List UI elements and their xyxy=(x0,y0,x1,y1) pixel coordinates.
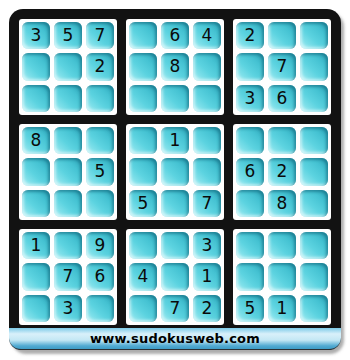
cell-r8c2[interactable]: 7 xyxy=(54,263,82,290)
site-url: www.sudokusweb.com xyxy=(90,331,260,346)
cell-r6c2[interactable] xyxy=(54,190,82,217)
cell-value: 8 xyxy=(170,58,181,75)
cell-r1c7[interactable]: 2 xyxy=(236,22,264,49)
box-1-1: 3572 xyxy=(19,19,117,115)
cell-r9c5[interactable]: 7 xyxy=(161,295,189,322)
box-2-2: 157 xyxy=(126,124,224,220)
cell-value: 1 xyxy=(202,268,213,285)
cell-r6c5[interactable] xyxy=(161,190,189,217)
cell-r5c5[interactable] xyxy=(161,158,189,185)
cell-value: 6 xyxy=(245,163,256,180)
cell-value: 3 xyxy=(245,90,256,107)
cell-value: 1 xyxy=(31,237,42,254)
cell-r6c4[interactable]: 5 xyxy=(129,190,157,217)
cell-r1c1[interactable]: 3 xyxy=(22,22,50,49)
cell-r3c4[interactable] xyxy=(129,85,157,112)
cell-value: 1 xyxy=(277,300,288,317)
cell-r7c5[interactable] xyxy=(161,232,189,259)
cell-r2c5[interactable]: 8 xyxy=(161,53,189,80)
cell-r2c9[interactable] xyxy=(300,53,328,80)
cell-r3c7[interactable]: 3 xyxy=(236,85,264,112)
cell-value: 3 xyxy=(63,300,74,317)
cell-value: 4 xyxy=(202,27,213,44)
cell-value: 5 xyxy=(95,163,106,180)
cell-r2c6[interactable] xyxy=(193,53,221,80)
cell-value: 3 xyxy=(202,237,213,254)
cell-r2c4[interactable] xyxy=(129,53,157,80)
cell-value: 5 xyxy=(63,27,74,44)
cell-r4c9[interactable] xyxy=(300,127,328,154)
cell-r6c7[interactable] xyxy=(236,190,264,217)
sudoku-page: 3572648273685157628197633417251 www.sudo… xyxy=(0,0,350,360)
cell-r7c7[interactable] xyxy=(236,232,264,259)
cell-r5c2[interactable] xyxy=(54,158,82,185)
cell-r1c8[interactable] xyxy=(268,22,296,49)
cell-r5c9[interactable] xyxy=(300,158,328,185)
box-3-2: 34172 xyxy=(126,229,224,325)
box-2-3: 628 xyxy=(233,124,331,220)
cell-r1c3[interactable]: 7 xyxy=(86,22,114,49)
cell-r8c9[interactable] xyxy=(300,263,328,290)
cell-value: 2 xyxy=(95,58,106,75)
box-1-3: 2736 xyxy=(233,19,331,115)
cell-r8c8[interactable] xyxy=(268,263,296,290)
box-3-1: 19763 xyxy=(19,229,117,325)
cell-r2c8[interactable]: 7 xyxy=(268,53,296,80)
cell-r1c9[interactable] xyxy=(300,22,328,49)
cell-r9c6[interactable]: 2 xyxy=(193,295,221,322)
cell-r3c3[interactable] xyxy=(86,85,114,112)
cell-r9c2[interactable]: 3 xyxy=(54,295,82,322)
cell-r8c5[interactable] xyxy=(161,263,189,290)
box-3-3: 51 xyxy=(233,229,331,325)
cell-r7c9[interactable] xyxy=(300,232,328,259)
cell-r9c3[interactable] xyxy=(86,295,114,322)
cell-r8c1[interactable] xyxy=(22,263,50,290)
cell-r7c4[interactable] xyxy=(129,232,157,259)
cell-r5c3[interactable]: 5 xyxy=(86,158,114,185)
cell-r2c1[interactable] xyxy=(22,53,50,80)
box-2-1: 85 xyxy=(19,124,117,220)
cell-r3c2[interactable] xyxy=(54,85,82,112)
cell-r6c9[interactable] xyxy=(300,190,328,217)
cell-value: 5 xyxy=(245,300,256,317)
cell-r3c9[interactable] xyxy=(300,85,328,112)
cell-r8c3[interactable]: 6 xyxy=(86,263,114,290)
cell-r3c5[interactable] xyxy=(161,85,189,112)
cell-value: 7 xyxy=(170,300,181,317)
sudoku-board: 3572648273685157628197633417251 www.sudo… xyxy=(9,9,341,350)
cell-r5c4[interactable] xyxy=(129,158,157,185)
cell-value: 4 xyxy=(138,268,149,285)
cell-r5c8[interactable]: 2 xyxy=(268,158,296,185)
cell-r5c1[interactable] xyxy=(22,158,50,185)
cell-r7c8[interactable] xyxy=(268,232,296,259)
cell-r6c1[interactable] xyxy=(22,190,50,217)
cell-r8c7[interactable] xyxy=(236,263,264,290)
cell-r9c4[interactable] xyxy=(129,295,157,322)
cell-value: 1 xyxy=(170,132,181,149)
cell-value: 6 xyxy=(277,90,288,107)
cell-r1c4[interactable] xyxy=(129,22,157,49)
cell-r6c6[interactable]: 7 xyxy=(193,190,221,217)
cell-value: 7 xyxy=(95,27,106,44)
cell-r4c1[interactable]: 8 xyxy=(22,127,50,154)
cell-value: 7 xyxy=(63,268,74,285)
cell-r1c2[interactable]: 5 xyxy=(54,22,82,49)
cell-value: 2 xyxy=(277,163,288,180)
cell-r5c7[interactable]: 6 xyxy=(236,158,264,185)
cell-r4c6[interactable] xyxy=(193,127,221,154)
cell-r2c7[interactable] xyxy=(236,53,264,80)
cell-r3c1[interactable] xyxy=(22,85,50,112)
cell-value: 8 xyxy=(277,195,288,212)
cell-r7c3[interactable]: 9 xyxy=(86,232,114,259)
cell-value: 8 xyxy=(31,132,42,149)
cell-r7c2[interactable] xyxy=(54,232,82,259)
cell-value: 6 xyxy=(95,268,106,285)
cell-r4c5[interactable]: 1 xyxy=(161,127,189,154)
cell-r4c2[interactable] xyxy=(54,127,82,154)
cell-value: 2 xyxy=(202,300,213,317)
cell-r1c6[interactable]: 4 xyxy=(193,22,221,49)
site-banner: www.sudokusweb.com xyxy=(9,328,341,350)
cell-r2c2[interactable] xyxy=(54,53,82,80)
cell-r9c1[interactable] xyxy=(22,295,50,322)
cell-r1c5[interactable]: 6 xyxy=(161,22,189,49)
cell-value: 2 xyxy=(245,27,256,44)
cell-r9c7[interactable]: 5 xyxy=(236,295,264,322)
cell-r5c6[interactable] xyxy=(193,158,221,185)
cell-r8c6[interactable]: 1 xyxy=(193,263,221,290)
cell-value: 3 xyxy=(31,27,42,44)
cell-r3c6[interactable] xyxy=(193,85,221,112)
cell-r9c9[interactable] xyxy=(300,295,328,322)
cell-r4c8[interactable] xyxy=(268,127,296,154)
cell-value: 7 xyxy=(202,195,213,212)
cell-r4c4[interactable] xyxy=(129,127,157,154)
sudoku-board-grid: 3572648273685157628197633417251 xyxy=(19,19,331,325)
cell-r7c6[interactable]: 3 xyxy=(193,232,221,259)
cell-r4c3[interactable] xyxy=(86,127,114,154)
cell-value: 7 xyxy=(277,58,288,75)
cell-r6c8[interactable]: 8 xyxy=(268,190,296,217)
cell-r2c3[interactable]: 2 xyxy=(86,53,114,80)
cell-value: 9 xyxy=(95,237,106,254)
board-area: 3572648273685157628197633417251 xyxy=(9,9,341,328)
cell-r7c1[interactable]: 1 xyxy=(22,232,50,259)
cell-r8c4[interactable]: 4 xyxy=(129,263,157,290)
cell-r6c3[interactable] xyxy=(86,190,114,217)
cell-r3c8[interactable]: 6 xyxy=(268,85,296,112)
cell-value: 5 xyxy=(138,195,149,212)
cell-r4c7[interactable] xyxy=(236,127,264,154)
cell-value: 6 xyxy=(170,27,181,44)
cell-r9c8[interactable]: 1 xyxy=(268,295,296,322)
box-1-2: 648 xyxy=(126,19,224,115)
